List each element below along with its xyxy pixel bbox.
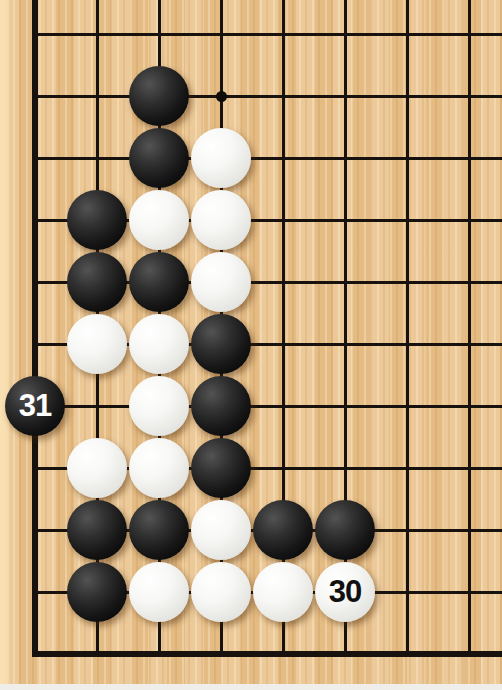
screenshot-root: 3130	[0, 0, 502, 690]
white-stone[interactable]	[191, 252, 251, 312]
white-stone[interactable]	[191, 500, 251, 560]
board-intersection[interactable]	[252, 65, 314, 127]
board-intersection[interactable]	[438, 499, 500, 561]
board-intersection[interactable]	[314, 65, 376, 127]
board-intersection[interactable]	[66, 561, 128, 623]
board-intersection[interactable]	[190, 3, 252, 65]
board-intersection[interactable]	[190, 65, 252, 127]
black-stone[interactable]	[191, 376, 251, 436]
white-stone[interactable]	[129, 438, 189, 498]
board-intersection[interactable]	[438, 65, 500, 127]
white-stone[interactable]	[191, 190, 251, 250]
white-stone[interactable]	[129, 562, 189, 622]
board-intersection[interactable]	[376, 561, 438, 623]
black-stone[interactable]	[129, 128, 189, 188]
black-stone[interactable]	[191, 438, 251, 498]
board-intersection[interactable]	[252, 437, 314, 499]
board-intersection[interactable]	[66, 65, 128, 127]
black-stone[interactable]	[67, 500, 127, 560]
board-intersection[interactable]	[314, 313, 376, 375]
board-intersection[interactable]	[4, 623, 66, 685]
board-intersection[interactable]	[252, 3, 314, 65]
board-intersection[interactable]	[438, 127, 500, 189]
board-intersection[interactable]	[190, 313, 252, 375]
board-intersection[interactable]	[438, 313, 500, 375]
black-stone[interactable]	[315, 500, 375, 560]
go-board[interactable]: 3130	[0, 0, 502, 684]
board-intersection[interactable]	[314, 375, 376, 437]
board-intersection[interactable]	[66, 127, 128, 189]
board-intersection[interactable]	[190, 251, 252, 313]
white-stone[interactable]	[129, 376, 189, 436]
board-intersection[interactable]	[128, 561, 190, 623]
board-intersection[interactable]	[376, 127, 438, 189]
page-background-strip	[0, 684, 502, 690]
board-intersection[interactable]	[128, 251, 190, 313]
board-intersection[interactable]	[66, 499, 128, 561]
board-intersection[interactable]	[314, 437, 376, 499]
board-intersection[interactable]	[4, 437, 66, 499]
board-intersection[interactable]	[376, 189, 438, 251]
black-stone[interactable]	[253, 500, 313, 560]
board-intersection[interactable]	[190, 623, 252, 685]
board-intersection[interactable]	[4, 65, 66, 127]
board-intersection[interactable]	[190, 437, 252, 499]
board-intersection[interactable]	[376, 437, 438, 499]
board-intersection[interactable]	[376, 375, 438, 437]
board-intersection[interactable]	[252, 375, 314, 437]
board-intersection[interactable]	[128, 375, 190, 437]
board-intersection[interactable]	[66, 313, 128, 375]
board-intersection[interactable]	[190, 375, 252, 437]
board-intersection[interactable]	[314, 189, 376, 251]
board-intersection[interactable]	[438, 189, 500, 251]
white-stone[interactable]	[67, 314, 127, 374]
black-stone[interactable]	[129, 500, 189, 560]
board-intersection[interactable]	[66, 3, 128, 65]
board-intersection[interactable]	[376, 65, 438, 127]
board-grid: 3130	[4, 3, 500, 685]
board-intersection[interactable]	[190, 127, 252, 189]
board-intersection[interactable]	[252, 499, 314, 561]
board-intersection[interactable]	[438, 623, 500, 685]
board-intersection[interactable]	[190, 561, 252, 623]
black-stone[interactable]	[129, 66, 189, 126]
board-intersection[interactable]	[314, 127, 376, 189]
white-stone[interactable]	[129, 314, 189, 374]
board-intersection[interactable]	[4, 189, 66, 251]
board-intersection[interactable]	[128, 437, 190, 499]
white-stone[interactable]	[129, 190, 189, 250]
board-intersection[interactable]	[128, 313, 190, 375]
board-intersection[interactable]	[66, 375, 128, 437]
board-intersection[interactable]	[438, 375, 500, 437]
board-intersection[interactable]: 31	[4, 375, 66, 437]
white-stone[interactable]	[253, 562, 313, 622]
board-intersection[interactable]	[4, 251, 66, 313]
white-stone[interactable]	[191, 128, 251, 188]
board-intersection[interactable]	[252, 189, 314, 251]
board-intersection[interactable]	[252, 313, 314, 375]
white-stone[interactable]	[67, 438, 127, 498]
black-stone[interactable]	[67, 562, 127, 622]
board-intersection[interactable]	[66, 623, 128, 685]
board-intersection[interactable]	[314, 499, 376, 561]
board-intersection[interactable]	[190, 189, 252, 251]
board-intersection[interactable]	[128, 3, 190, 65]
board-intersection[interactable]	[314, 251, 376, 313]
board-intersection[interactable]	[128, 623, 190, 685]
black-stone[interactable]: 31	[5, 376, 65, 436]
board-intersection[interactable]	[376, 3, 438, 65]
board-intersection[interactable]	[438, 561, 500, 623]
board-intersection[interactable]	[438, 437, 500, 499]
board-intersection[interactable]	[128, 189, 190, 251]
board-intersection[interactable]	[438, 3, 500, 65]
black-stone[interactable]	[67, 190, 127, 250]
stone-move-number: 31	[19, 376, 51, 436]
board-intersection[interactable]	[4, 561, 66, 623]
white-stone[interactable]	[191, 562, 251, 622]
board-intersection[interactable]	[128, 499, 190, 561]
board-intersection[interactable]	[4, 3, 66, 65]
board-intersection[interactable]	[438, 251, 500, 313]
board-intersection[interactable]	[314, 3, 376, 65]
board-intersection[interactable]	[376, 251, 438, 313]
black-stone[interactable]	[191, 314, 251, 374]
white-stone[interactable]: 30	[315, 562, 375, 622]
board-intersection[interactable]: 30	[314, 561, 376, 623]
stone-move-number: 30	[329, 562, 361, 622]
board-intersection[interactable]	[66, 189, 128, 251]
board-intersection[interactable]	[252, 561, 314, 623]
board-intersection[interactable]	[376, 313, 438, 375]
board-intersection[interactable]	[128, 127, 190, 189]
board-intersection[interactable]	[252, 127, 314, 189]
board-intersection[interactable]	[4, 313, 66, 375]
board-intersection[interactable]	[252, 623, 314, 685]
board-intersection[interactable]	[376, 623, 438, 685]
board-intersection[interactable]	[4, 499, 66, 561]
board-intersection[interactable]	[252, 251, 314, 313]
board-intersection[interactable]	[4, 127, 66, 189]
board-intersection[interactable]	[376, 499, 438, 561]
board-intersection[interactable]	[128, 65, 190, 127]
black-stone[interactable]	[129, 252, 189, 312]
board-intersection[interactable]	[190, 499, 252, 561]
black-stone[interactable]	[67, 252, 127, 312]
board-intersection[interactable]	[66, 437, 128, 499]
board-intersection[interactable]	[66, 251, 128, 313]
board-intersection[interactable]	[314, 623, 376, 685]
